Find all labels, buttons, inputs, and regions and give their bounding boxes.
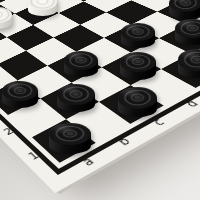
checker-black-c3[interactable] xyxy=(64,51,99,77)
checker-black-f2[interactable] xyxy=(175,19,200,45)
checker-black-e3[interactable] xyxy=(121,23,155,48)
checker-white-d6[interactable] xyxy=(28,0,57,16)
checker-black-c1[interactable] xyxy=(118,87,158,117)
checker-black-g3[interactable] xyxy=(169,0,200,19)
checker-black-d2[interactable] xyxy=(120,52,157,79)
checker-black-a3[interactable] xyxy=(2,81,38,108)
pieces-layer xyxy=(0,0,200,200)
checker-black-a1[interactable] xyxy=(49,123,90,154)
checker-black-b2[interactable] xyxy=(57,84,95,112)
checker-black-e1[interactable] xyxy=(178,49,200,78)
board-photo: abcd12 xyxy=(0,0,200,200)
checker-white-b6[interactable] xyxy=(0,7,12,29)
